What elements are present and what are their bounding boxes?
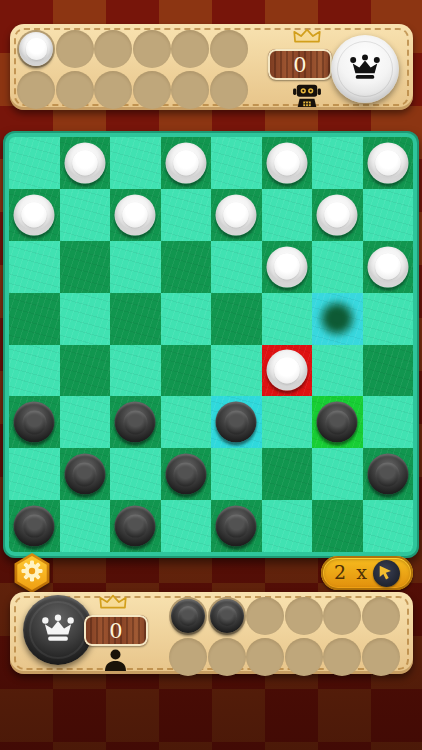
square-r6c6[interactable]: [262, 396, 313, 448]
square-r6c7[interactable]: [312, 396, 363, 448]
captured-black-piece: [210, 599, 244, 633]
white-piece[interactable]: [317, 194, 358, 235]
square-r4c3[interactable]: [110, 293, 161, 345]
white-piece[interactable]: [165, 142, 206, 183]
square-r3c1[interactable]: [9, 241, 60, 293]
white-piece[interactable]: [367, 142, 408, 183]
square-r7c1[interactable]: [9, 448, 60, 500]
square-r2c3[interactable]: [110, 189, 161, 241]
top-player-avatar-button[interactable]: [331, 35, 399, 103]
square-r4c8[interactable]: [363, 293, 414, 345]
square-r3c3[interactable]: [110, 241, 161, 293]
square-r5c3[interactable]: [110, 345, 161, 397]
square-r8c7[interactable]: [312, 500, 363, 552]
captured-black-piece: [171, 599, 205, 633]
square-r3c5[interactable]: [211, 241, 262, 293]
square-r7c4[interactable]: [161, 448, 212, 500]
captured-slot: [285, 638, 323, 676]
captured-slot: [171, 30, 209, 68]
square-r5c2[interactable]: [60, 345, 111, 397]
captured-slot: [17, 30, 55, 68]
square-r2c7[interactable]: [312, 189, 363, 241]
captured-slot: [208, 597, 246, 635]
captured-slot: [246, 597, 284, 635]
square-r6c4[interactable]: [161, 396, 212, 448]
bottom-player-avatar-button[interactable]: [23, 595, 93, 665]
robot-icon: [293, 82, 321, 108]
bottom-captured-tray: [169, 596, 400, 677]
bottom-player-score: 0: [84, 615, 148, 646]
captured-slot: [94, 30, 132, 68]
square-r1c2[interactable]: [60, 137, 111, 189]
square-r4c4[interactable]: [161, 293, 212, 345]
captured-slot: [246, 638, 284, 676]
square-r3c2[interactable]: [60, 241, 111, 293]
square-r8c6[interactable]: [262, 500, 313, 552]
captured-slot: [56, 30, 94, 68]
white-piece[interactable]: [115, 194, 156, 235]
captured-slot: [133, 71, 171, 109]
captured-slot: [171, 71, 209, 109]
checkers-app: { "game": "checkers (english draughts) v…: [0, 0, 422, 750]
white-piece[interactable]: [266, 142, 307, 183]
person-icon: [103, 649, 128, 671]
square-r5c8[interactable]: [363, 345, 414, 397]
square-r2c4[interactable]: [161, 189, 212, 241]
undo-count-label: 2 x: [334, 561, 369, 583]
white-piece[interactable]: [266, 246, 307, 287]
captured-slot: [362, 638, 400, 676]
square-r5c5[interactable]: [211, 345, 262, 397]
square-r8c3[interactable]: [110, 500, 161, 552]
captured-slot: [169, 638, 207, 676]
square-r2c6[interactable]: [262, 189, 313, 241]
black-piece[interactable]: [216, 402, 257, 443]
crown-icon: [97, 594, 129, 611]
undo-button[interactable]: 2 x: [321, 556, 413, 590]
square-r7c8[interactable]: [363, 448, 414, 500]
white-piece[interactable]: [367, 246, 408, 287]
top-player-panel: 0: [10, 24, 413, 110]
captured-slot: [323, 597, 361, 635]
square-r8c1[interactable]: [9, 500, 60, 552]
captured-slot: [285, 597, 323, 635]
black-piece[interactable]: [367, 454, 408, 495]
square-r5c6[interactable]: [262, 345, 313, 397]
square-r7c3[interactable]: [110, 448, 161, 500]
settings-button[interactable]: [13, 553, 51, 593]
square-r2c1[interactable]: [9, 189, 60, 241]
square-r2c2[interactable]: [60, 189, 111, 241]
captured-slot: [133, 30, 171, 68]
crown-icon: [291, 28, 323, 45]
square-r4c2[interactable]: [60, 293, 111, 345]
square-r7c6[interactable]: [262, 448, 313, 500]
square-r3c4[interactable]: [161, 241, 212, 293]
captured-slot: [56, 71, 94, 109]
square-r1c3[interactable]: [110, 137, 161, 189]
captured-slot: [94, 71, 132, 109]
undo-arrow-icon: [373, 560, 400, 587]
black-piece[interactable]: [14, 506, 55, 547]
captured-slot: [210, 71, 248, 109]
black-piece[interactable]: [115, 506, 156, 547]
square-r1c4[interactable]: [161, 137, 212, 189]
captured-slot: [169, 597, 207, 635]
square-r6c5[interactable]: [211, 396, 262, 448]
square-r2c5[interactable]: [211, 189, 262, 241]
square-r4c6[interactable]: [262, 293, 313, 345]
square-r8c5[interactable]: [211, 500, 262, 552]
square-r5c1[interactable]: [9, 345, 60, 397]
captured-slot: [210, 30, 248, 68]
square-r1c5[interactable]: [211, 137, 262, 189]
square-r3c8[interactable]: [363, 241, 414, 293]
square-r1c1[interactable]: [9, 137, 60, 189]
square-r8c8[interactable]: [363, 500, 414, 552]
black-piece[interactable]: [317, 402, 358, 443]
top-captured-tray: [17, 29, 248, 110]
square-r6c8[interactable]: [363, 396, 414, 448]
square-r4c7[interactable]: [312, 293, 363, 345]
square-r8c2[interactable]: [60, 500, 111, 552]
square-r1c7[interactable]: [312, 137, 363, 189]
black-piece[interactable]: [64, 454, 105, 495]
captured-slot: [208, 638, 246, 676]
square-r6c1[interactable]: [9, 396, 60, 448]
black-piece[interactable]: [14, 402, 55, 443]
top-player-score: 0: [268, 49, 332, 80]
square-r5c7[interactable]: [312, 345, 363, 397]
checkers-board: [3, 131, 419, 558]
square-r5c4[interactable]: [161, 345, 212, 397]
board-grid: [9, 137, 413, 552]
bottom-player-panel: 0: [10, 592, 413, 674]
white-piece[interactable]: [266, 350, 307, 391]
black-piece[interactable]: [216, 506, 257, 547]
square-r2c8[interactable]: [363, 189, 414, 241]
white-piece[interactable]: [64, 142, 105, 183]
square-r1c6[interactable]: [262, 137, 313, 189]
captured-slot: [323, 638, 361, 676]
queen-crown-icon: [39, 613, 77, 647]
square-r1c8[interactable]: [363, 137, 414, 189]
white-piece[interactable]: [14, 194, 55, 235]
black-piece[interactable]: [115, 402, 156, 443]
gear-icon: [20, 559, 44, 587]
square-r6c3[interactable]: [110, 396, 161, 448]
bottom-score-value: 0: [109, 619, 122, 643]
queen-crown-icon: [347, 53, 383, 85]
captured-slot: [17, 71, 55, 109]
white-piece[interactable]: [216, 194, 257, 235]
captured-slot: [362, 597, 400, 635]
square-r7c5[interactable]: [211, 448, 262, 500]
captured-white-piece: [19, 32, 53, 66]
square-r3c7[interactable]: [312, 241, 363, 293]
square-r6c2[interactable]: [60, 396, 111, 448]
square-r7c7[interactable]: [312, 448, 363, 500]
square-r4c5[interactable]: [211, 293, 262, 345]
black-piece[interactable]: [165, 454, 206, 495]
square-r8c4[interactable]: [161, 500, 212, 552]
square-r7c2[interactable]: [60, 448, 111, 500]
square-r4c1[interactable]: [9, 293, 60, 345]
top-score-value: 0: [293, 53, 306, 77]
square-r3c6[interactable]: [262, 241, 313, 293]
